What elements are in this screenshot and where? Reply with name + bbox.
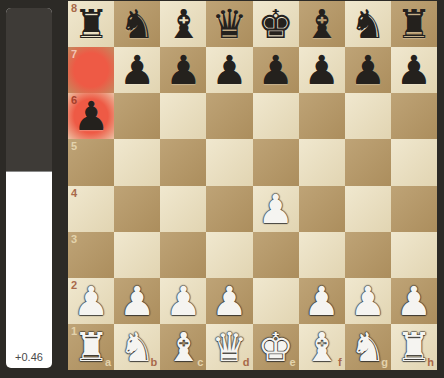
chess-analysis-screen: +0.46 8♜♞♝♛♚♝♞♜7♟♟♟♟♟♟♟6♟54♟32♟♟♟♟♟♟♟1a♜…	[0, 0, 444, 378]
square-b8[interactable]: ♞	[114, 1, 160, 47]
square-a1[interactable]: 1a♜	[68, 324, 114, 370]
square-a6[interactable]: 6♟	[68, 93, 114, 139]
piece-black-pawn[interactable]: ♟	[396, 47, 432, 93]
square-d2[interactable]: ♟	[206, 278, 252, 324]
piece-black-rook[interactable]: ♜	[73, 1, 109, 47]
square-f8[interactable]: ♝	[299, 1, 345, 47]
square-b3[interactable]	[114, 232, 160, 278]
piece-white-pawn[interactable]: ♟	[258, 186, 294, 232]
piece-white-pawn[interactable]: ♟	[304, 278, 340, 324]
square-g6[interactable]	[345, 93, 391, 139]
square-c8[interactable]: ♝	[160, 1, 206, 47]
square-e1[interactable]: e♚	[253, 324, 299, 370]
square-g3[interactable]	[345, 232, 391, 278]
piece-white-pawn[interactable]: ♟	[73, 278, 109, 324]
square-b1[interactable]: b♞	[114, 324, 160, 370]
square-b5[interactable]	[114, 139, 160, 185]
evaluation-bar: +0.46	[6, 8, 52, 368]
rank-label-3: 3	[71, 234, 77, 245]
square-h1[interactable]: h♜	[391, 324, 437, 370]
square-e8[interactable]: ♚	[253, 1, 299, 47]
evaluation-bar-white-section: +0.46	[6, 172, 52, 368]
piece-white-pawn[interactable]: ♟	[165, 278, 201, 324]
piece-black-pawn[interactable]: ♟	[350, 47, 386, 93]
piece-white-rook[interactable]: ♜	[396, 324, 432, 370]
square-h7[interactable]: ♟	[391, 47, 437, 93]
square-c7[interactable]: ♟	[160, 47, 206, 93]
evaluation-score: +0.46	[6, 351, 52, 363]
square-d8[interactable]: ♛	[206, 1, 252, 47]
square-f5[interactable]	[299, 139, 345, 185]
square-g1[interactable]: g♞	[345, 324, 391, 370]
square-h5[interactable]	[391, 139, 437, 185]
square-a2[interactable]: 2♟	[68, 278, 114, 324]
square-e6[interactable]	[253, 93, 299, 139]
square-b7[interactable]: ♟	[114, 47, 160, 93]
square-f6[interactable]	[299, 93, 345, 139]
square-d6[interactable]	[206, 93, 252, 139]
square-c1[interactable]: c♝	[160, 324, 206, 370]
piece-black-king[interactable]: ♚	[258, 1, 294, 47]
square-e3[interactable]	[253, 232, 299, 278]
square-f2[interactable]: ♟	[299, 278, 345, 324]
piece-white-pawn[interactable]: ♟	[350, 278, 386, 324]
square-c6[interactable]	[160, 93, 206, 139]
piece-black-knight[interactable]: ♞	[350, 1, 386, 47]
piece-white-bishop[interactable]: ♝	[304, 324, 340, 370]
square-g5[interactable]	[345, 139, 391, 185]
square-d5[interactable]	[206, 139, 252, 185]
evaluation-bar-black-section	[6, 8, 52, 172]
square-b6[interactable]	[114, 93, 160, 139]
piece-black-pawn[interactable]: ♟	[304, 47, 340, 93]
rank-label-7: 7	[71, 49, 77, 60]
square-f3[interactable]	[299, 232, 345, 278]
square-e4[interactable]: ♟	[253, 186, 299, 232]
square-h3[interactable]	[391, 232, 437, 278]
square-b4[interactable]	[114, 186, 160, 232]
piece-black-bishop[interactable]: ♝	[165, 1, 201, 47]
square-c4[interactable]	[160, 186, 206, 232]
piece-white-queen[interactable]: ♛	[212, 324, 248, 370]
square-a3[interactable]: 3	[68, 232, 114, 278]
piece-black-pawn[interactable]: ♟	[165, 47, 201, 93]
square-e7[interactable]: ♟	[253, 47, 299, 93]
square-a7[interactable]: 7	[68, 47, 114, 93]
square-a5[interactable]: 5	[68, 139, 114, 185]
square-e2[interactable]	[253, 278, 299, 324]
square-c5[interactable]	[160, 139, 206, 185]
rank-label-5: 5	[71, 141, 77, 152]
rank-label-4: 4	[71, 188, 77, 199]
piece-white-pawn[interactable]: ♟	[212, 278, 248, 324]
piece-white-rook[interactable]: ♜	[73, 324, 109, 370]
square-f4[interactable]	[299, 186, 345, 232]
square-h8[interactable]: ♜	[391, 1, 437, 47]
square-g8[interactable]: ♞	[345, 1, 391, 47]
piece-white-pawn[interactable]: ♟	[396, 278, 432, 324]
chess-board[interactable]: 8♜♞♝♛♚♝♞♜7♟♟♟♟♟♟♟6♟54♟32♟♟♟♟♟♟♟1a♜b♞c♝d♛…	[68, 1, 437, 370]
piece-black-bishop[interactable]: ♝	[304, 1, 340, 47]
square-d1[interactable]: d♛	[206, 324, 252, 370]
piece-black-queen[interactable]: ♛	[212, 1, 248, 47]
square-c2[interactable]: ♟	[160, 278, 206, 324]
square-d7[interactable]: ♟	[206, 47, 252, 93]
square-a8[interactable]: 8♜	[68, 1, 114, 47]
square-c3[interactable]	[160, 232, 206, 278]
piece-black-pawn[interactable]: ♟	[212, 47, 248, 93]
square-h2[interactable]: ♟	[391, 278, 437, 324]
square-e5[interactable]	[253, 139, 299, 185]
square-d4[interactable]	[206, 186, 252, 232]
piece-black-pawn[interactable]: ♟	[119, 47, 155, 93]
square-h6[interactable]	[391, 93, 437, 139]
square-g7[interactable]: ♟	[345, 47, 391, 93]
square-f1[interactable]: f♝	[299, 324, 345, 370]
square-f7[interactable]: ♟	[299, 47, 345, 93]
piece-black-rook[interactable]: ♜	[396, 1, 432, 47]
piece-white-king[interactable]: ♚	[258, 324, 294, 370]
piece-black-pawn[interactable]: ♟	[258, 47, 294, 93]
piece-black-pawn[interactable]: ♟	[73, 93, 109, 139]
piece-black-knight[interactable]: ♞	[119, 1, 155, 47]
piece-white-knight[interactable]: ♞	[119, 324, 155, 370]
square-g4[interactable]	[345, 186, 391, 232]
square-g2[interactable]: ♟	[345, 278, 391, 324]
square-h4[interactable]	[391, 186, 437, 232]
square-d3[interactable]	[206, 232, 252, 278]
square-a4[interactable]: 4	[68, 186, 114, 232]
square-b2[interactable]: ♟	[114, 278, 160, 324]
piece-white-bishop[interactable]: ♝	[165, 324, 201, 370]
piece-white-knight[interactable]: ♞	[350, 324, 386, 370]
piece-white-pawn[interactable]: ♟	[119, 278, 155, 324]
